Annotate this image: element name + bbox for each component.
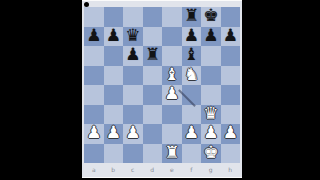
square-a4[interactable] [84,85,104,105]
square-e3[interactable] [162,105,182,125]
square-c5[interactable] [123,66,143,86]
file-label-f: f [182,164,202,176]
square-h7[interactable]: ♟ [221,27,241,47]
square-d1[interactable] [143,144,163,164]
square-h4[interactable] [221,85,241,105]
square-e8[interactable] [162,7,182,27]
file-label-h: h [221,164,241,176]
square-e4[interactable]: ♟ [162,85,182,105]
white-pawn[interactable]: ♟ [86,123,101,143]
square-h5[interactable] [221,66,241,86]
black-to-move-indicator [84,2,89,7]
black-pawn[interactable]: ♟ [106,26,121,46]
black-rook[interactable]: ♜ [184,6,199,26]
square-b2[interactable]: ♟ [104,124,124,144]
black-pawn[interactable]: ♟ [203,26,218,46]
square-g1[interactable]: ♚ [201,144,221,164]
square-c4[interactable] [123,85,143,105]
square-h2[interactable]: ♟ [221,124,241,144]
chess-board[interactable]: ♜♚♟♟♛♟♟♟♟♜♝♝♞♟♛♟♟♟♟♟♟♜♚ [84,7,240,163]
square-f5[interactable]: ♞ [182,66,202,86]
square-e7[interactable] [162,27,182,47]
file-label-g: g [201,164,221,176]
square-a5[interactable] [84,66,104,86]
black-rook[interactable]: ♜ [145,45,160,65]
square-a7[interactable]: ♟ [84,27,104,47]
square-f1[interactable] [182,144,202,164]
square-g6[interactable] [201,46,221,66]
square-a2[interactable]: ♟ [84,124,104,144]
file-label-b: b [104,164,124,176]
white-pawn[interactable]: ♟ [184,123,199,143]
square-f2[interactable]: ♟ [182,124,202,144]
square-a1[interactable] [84,144,104,164]
square-g5[interactable] [201,66,221,86]
file-labels: abcdefgh [84,164,240,176]
square-g7[interactable]: ♟ [201,27,221,47]
square-d2[interactable] [143,124,163,144]
black-pawn[interactable]: ♟ [86,26,101,46]
white-bishop[interactable]: ♝ [164,65,179,85]
square-c2[interactable]: ♟ [123,124,143,144]
square-b1[interactable] [104,144,124,164]
square-d3[interactable] [143,105,163,125]
black-queen[interactable]: ♛ [125,26,140,46]
black-pawn[interactable]: ♟ [223,26,238,46]
white-pawn[interactable]: ♟ [106,123,121,143]
square-d4[interactable] [143,85,163,105]
square-a6[interactable] [84,46,104,66]
square-d5[interactable] [143,66,163,86]
black-bishop[interactable]: ♝ [184,45,199,65]
black-pawn[interactable]: ♟ [125,45,140,65]
square-f4[interactable] [182,85,202,105]
white-knight[interactable]: ♞ [184,65,199,85]
screenshot-root: { "game": "chess", "position": { "fen": … [0,0,320,180]
file-label-e: e [162,164,182,176]
square-c6[interactable]: ♟ [123,46,143,66]
square-d6[interactable]: ♜ [143,46,163,66]
square-b4[interactable] [104,85,124,105]
white-pawn[interactable]: ♟ [164,84,179,104]
white-pawn[interactable]: ♟ [125,123,140,143]
white-rook[interactable]: ♜ [164,143,179,163]
file-label-d: d [143,164,163,176]
black-pawn[interactable]: ♟ [184,26,199,46]
white-pawn[interactable]: ♟ [203,123,218,143]
white-queen[interactable]: ♛ [203,104,218,124]
square-e1[interactable]: ♜ [162,144,182,164]
white-king[interactable]: ♚ [203,143,218,163]
square-b5[interactable] [104,66,124,86]
square-b7[interactable]: ♟ [104,27,124,47]
square-d8[interactable] [143,7,163,27]
square-b6[interactable] [104,46,124,66]
file-label-a: a [84,164,104,176]
file-label-c: c [123,164,143,176]
square-h6[interactable] [221,46,241,66]
black-king[interactable]: ♚ [203,6,218,26]
white-pawn[interactable]: ♟ [223,123,238,143]
chess-board-panel: ♜♚♟♟♛♟♟♟♟♜♝♝♞♟♛♟♟♟♟♟♟♜♚ abcdefgh [82,0,242,178]
square-h1[interactable] [221,144,241,164]
square-c1[interactable] [123,144,143,164]
